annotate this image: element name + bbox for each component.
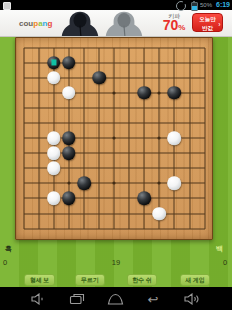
board-intersection[interactable] bbox=[76, 131, 91, 146]
board-intersection[interactable] bbox=[152, 161, 167, 176]
board-intersection[interactable] bbox=[76, 221, 91, 236]
board-intersection[interactable] bbox=[152, 176, 167, 191]
board-intersection[interactable] bbox=[16, 115, 31, 130]
board-intersection[interactable] bbox=[76, 115, 91, 130]
board-intersection[interactable] bbox=[167, 55, 182, 70]
board-intersection[interactable] bbox=[107, 55, 122, 70]
board-intersection[interactable] bbox=[61, 55, 76, 70]
board-intersection[interactable] bbox=[76, 206, 91, 221]
board-intersection[interactable] bbox=[197, 131, 212, 146]
board-intersection[interactable] bbox=[152, 146, 167, 161]
black-stone bbox=[62, 146, 76, 160]
white-stone bbox=[62, 86, 76, 100]
board-intersection[interactable] bbox=[91, 221, 106, 236]
board-intersection[interactable] bbox=[182, 55, 197, 70]
board-intersection[interactable] bbox=[182, 85, 197, 100]
board-intersection[interactable] bbox=[197, 70, 212, 85]
board-intersection[interactable] bbox=[137, 161, 152, 176]
board-intersection[interactable] bbox=[31, 131, 46, 146]
board-intersection[interactable] bbox=[197, 40, 212, 55]
board-intersection[interactable] bbox=[122, 115, 137, 130]
board-intersection[interactable] bbox=[122, 131, 137, 146]
back-icon[interactable]: ↩ bbox=[144, 292, 162, 306]
home-icon[interactable] bbox=[106, 292, 124, 306]
board-intersection[interactable] bbox=[31, 40, 46, 55]
ad-discount: 70% bbox=[153, 18, 195, 35]
board-intersection[interactable] bbox=[76, 70, 91, 85]
board-intersection[interactable] bbox=[107, 85, 122, 100]
recent-apps-icon[interactable] bbox=[68, 292, 86, 306]
board-intersection[interactable] bbox=[122, 191, 137, 206]
board-intersection[interactable] bbox=[182, 131, 197, 146]
new-game-button[interactable]: 새 게임 bbox=[180, 274, 210, 286]
board-intersection[interactable] bbox=[31, 146, 46, 161]
board-intersection[interactable] bbox=[91, 115, 106, 130]
coupang-logo: coupang bbox=[19, 19, 52, 28]
board-intersection[interactable] bbox=[46, 206, 61, 221]
board-intersection[interactable] bbox=[122, 55, 137, 70]
black-stone bbox=[168, 86, 182, 100]
board-intersection[interactable] bbox=[107, 100, 122, 115]
board-intersection[interactable] bbox=[76, 161, 91, 176]
board-intersection[interactable] bbox=[197, 161, 212, 176]
star-point bbox=[158, 91, 161, 94]
board-intersection[interactable] bbox=[137, 115, 152, 130]
board-intersection[interactable] bbox=[61, 85, 76, 100]
board-intersection[interactable] bbox=[46, 161, 61, 176]
board-intersection[interactable] bbox=[46, 100, 61, 115]
board-intersection[interactable] bbox=[197, 85, 212, 100]
board-intersection[interactable] bbox=[137, 176, 152, 191]
board-intersection[interactable] bbox=[31, 221, 46, 236]
board-intersection[interactable] bbox=[167, 191, 182, 206]
board-intersection[interactable] bbox=[61, 100, 76, 115]
board-intersection[interactable] bbox=[31, 70, 46, 85]
board-intersection[interactable] bbox=[46, 40, 61, 55]
board-intersection[interactable] bbox=[182, 70, 197, 85]
board-intersection[interactable] bbox=[152, 191, 167, 206]
notification-icon bbox=[3, 2, 11, 10]
board-intersection[interactable] bbox=[91, 131, 106, 146]
board-intersection[interactable] bbox=[16, 131, 31, 146]
board-intersection[interactable] bbox=[197, 206, 212, 221]
board-intersection[interactable] bbox=[61, 191, 76, 206]
board-intersection[interactable] bbox=[46, 191, 61, 206]
white-stone bbox=[168, 131, 182, 145]
gray-jacket-image bbox=[101, 10, 147, 36]
board-intersection[interactable] bbox=[182, 40, 197, 55]
board-intersection[interactable] bbox=[152, 85, 167, 100]
board-intersection[interactable] bbox=[122, 221, 137, 236]
black-captures: 0 bbox=[3, 258, 7, 267]
board-intersection[interactable] bbox=[137, 55, 152, 70]
last-move-marker bbox=[51, 60, 57, 66]
board-intersection[interactable] bbox=[167, 115, 182, 130]
board-intersection[interactable] bbox=[61, 131, 76, 146]
board-intersection[interactable] bbox=[137, 70, 152, 85]
board-intersection[interactable] bbox=[46, 55, 61, 70]
board-intersection[interactable] bbox=[91, 206, 106, 221]
black-stone bbox=[77, 177, 91, 191]
board-intersection[interactable] bbox=[182, 221, 197, 236]
star-point bbox=[113, 91, 116, 94]
black-stone bbox=[138, 192, 152, 206]
board-intersection[interactable] bbox=[122, 146, 137, 161]
board-intersection[interactable] bbox=[76, 40, 91, 55]
board-intersection[interactable] bbox=[152, 206, 167, 221]
board-intersection[interactable] bbox=[91, 176, 106, 191]
board-intersection[interactable] bbox=[31, 55, 46, 70]
board-intersection[interactable] bbox=[122, 85, 137, 100]
white-player-label: 백 bbox=[216, 244, 223, 254]
board-intersection[interactable] bbox=[137, 221, 152, 236]
board-intersection[interactable] bbox=[61, 115, 76, 130]
white-stone bbox=[153, 207, 167, 221]
board-intersection[interactable] bbox=[107, 70, 122, 85]
board-intersection[interactable] bbox=[137, 40, 152, 55]
board-intersection[interactable] bbox=[137, 206, 152, 221]
ad-cta-button[interactable]: 오늘만 반값 › bbox=[192, 13, 223, 32]
board-intersection[interactable] bbox=[167, 221, 182, 236]
board-intersection[interactable] bbox=[16, 161, 31, 176]
board-grid bbox=[16, 40, 212, 236]
board-intersection[interactable] bbox=[197, 115, 212, 130]
board-intersection[interactable] bbox=[61, 206, 76, 221]
white-stone bbox=[168, 177, 182, 191]
board-intersection[interactable] bbox=[16, 221, 31, 236]
black-stone bbox=[62, 56, 76, 70]
board-intersection[interactable] bbox=[46, 85, 61, 100]
board-intersection[interactable] bbox=[16, 146, 31, 161]
go-board[interactable] bbox=[15, 37, 213, 240]
black-player-label: 흑 bbox=[5, 244, 12, 254]
board-intersection[interactable] bbox=[107, 146, 122, 161]
star-point bbox=[158, 137, 161, 140]
dark-jacket-image bbox=[57, 10, 103, 36]
board-intersection[interactable] bbox=[122, 206, 137, 221]
black-stone bbox=[62, 131, 76, 145]
board-intersection[interactable] bbox=[107, 161, 122, 176]
board-intersection[interactable] bbox=[16, 85, 31, 100]
board-intersection[interactable] bbox=[61, 40, 76, 55]
white-captures: 0 bbox=[223, 258, 227, 267]
board-intersection[interactable] bbox=[16, 40, 31, 55]
board-intersection[interactable] bbox=[16, 191, 31, 206]
black-stone bbox=[138, 86, 152, 100]
board-intersection[interactable] bbox=[91, 191, 106, 206]
board-intersection[interactable] bbox=[122, 70, 137, 85]
board-intersection[interactable] bbox=[31, 191, 46, 206]
board-intersection[interactable] bbox=[76, 191, 91, 206]
board-intersection[interactable] bbox=[197, 191, 212, 206]
board-intersection[interactable] bbox=[76, 85, 91, 100]
board-intersection[interactable] bbox=[91, 55, 106, 70]
board-intersection[interactable] bbox=[167, 100, 182, 115]
board-intersection[interactable] bbox=[107, 191, 122, 206]
board-intersection[interactable] bbox=[122, 176, 137, 191]
white-stone bbox=[47, 192, 61, 206]
board-intersection[interactable] bbox=[182, 115, 197, 130]
volume-up-icon[interactable] bbox=[183, 292, 201, 306]
board-intersection[interactable] bbox=[76, 100, 91, 115]
board-intersection[interactable] bbox=[31, 100, 46, 115]
show-territory-button[interactable]: 형세 보기 bbox=[24, 274, 55, 286]
board-intersection[interactable] bbox=[152, 40, 167, 55]
board-intersection[interactable] bbox=[167, 176, 182, 191]
board-intersection[interactable] bbox=[167, 70, 182, 85]
board-intersection[interactable] bbox=[16, 100, 31, 115]
board-intersection[interactable] bbox=[182, 100, 197, 115]
board-intersection[interactable] bbox=[152, 221, 167, 236]
board-intersection[interactable] bbox=[197, 100, 212, 115]
board-intersection[interactable] bbox=[31, 115, 46, 130]
board-intersection[interactable] bbox=[31, 161, 46, 176]
star-point bbox=[113, 182, 116, 185]
chevron-right-icon: › bbox=[218, 20, 220, 29]
board-intersection[interactable] bbox=[76, 55, 91, 70]
board-intersection[interactable] bbox=[46, 115, 61, 130]
battery-icon bbox=[191, 2, 198, 11]
board-intersection[interactable] bbox=[91, 161, 106, 176]
undo-button[interactable]: 무르기 bbox=[75, 274, 105, 286]
board-intersection[interactable] bbox=[122, 100, 137, 115]
board-intersection[interactable] bbox=[91, 146, 106, 161]
black-stone bbox=[92, 71, 106, 85]
board-intersection[interactable] bbox=[91, 70, 106, 85]
ad-banner[interactable]: coupang 키파 70% 오늘만 반값 › bbox=[0, 10, 232, 37]
star-point bbox=[67, 182, 70, 185]
screen: 50% 6:19 coupang 키파 70% 오늘만 반값 › 흑 0 19 … bbox=[0, 0, 232, 310]
board-intersection[interactable] bbox=[197, 146, 212, 161]
board-intersection[interactable] bbox=[16, 176, 31, 191]
board-intersection[interactable] bbox=[91, 100, 106, 115]
star-point bbox=[113, 137, 116, 140]
board-intersection[interactable] bbox=[16, 70, 31, 85]
board-intersection[interactable] bbox=[46, 221, 61, 236]
brand-letter: g bbox=[47, 19, 52, 28]
android-nav-bar: ↩ bbox=[0, 287, 232, 310]
board-intersection[interactable] bbox=[167, 131, 182, 146]
board-intersection[interactable] bbox=[152, 70, 167, 85]
board-intersection[interactable] bbox=[182, 176, 197, 191]
board-intersection[interactable] bbox=[46, 131, 61, 146]
board-intersection[interactable] bbox=[46, 176, 61, 191]
battery-percent: 50% bbox=[200, 2, 212, 8]
board-intersection[interactable] bbox=[197, 55, 212, 70]
status-bar: 50% 6:19 bbox=[0, 0, 232, 10]
board-intersection[interactable] bbox=[167, 146, 182, 161]
board-intersection[interactable] bbox=[137, 85, 152, 100]
white-stone bbox=[47, 71, 61, 85]
volume-down-icon[interactable] bbox=[29, 292, 47, 306]
move-number: 19 bbox=[96, 258, 136, 267]
board-intersection[interactable] bbox=[31, 206, 46, 221]
black-stone bbox=[62, 192, 76, 206]
clock: 6:19 bbox=[216, 1, 230, 8]
board-intersection[interactable] bbox=[167, 206, 182, 221]
board-intersection[interactable] bbox=[107, 221, 122, 236]
board-intersection[interactable] bbox=[107, 131, 122, 146]
board-intersection[interactable] bbox=[107, 206, 122, 221]
star-point bbox=[158, 182, 161, 185]
board-intersection[interactable] bbox=[122, 40, 137, 55]
board-intersection[interactable] bbox=[61, 161, 76, 176]
black-stone bbox=[47, 56, 61, 70]
board-intersection[interactable] bbox=[152, 55, 167, 70]
board-intersection[interactable] bbox=[137, 191, 152, 206]
board-intersection[interactable] bbox=[76, 176, 91, 191]
board-intersection[interactable] bbox=[167, 85, 182, 100]
board-intersection[interactable] bbox=[31, 85, 46, 100]
board-intersection[interactable] bbox=[137, 146, 152, 161]
board-intersection[interactable] bbox=[137, 100, 152, 115]
board-intersection[interactable] bbox=[76, 146, 91, 161]
board-intersection[interactable] bbox=[46, 146, 61, 161]
board-intersection[interactable] bbox=[61, 70, 76, 85]
board-intersection[interactable] bbox=[122, 161, 137, 176]
board-intersection[interactable] bbox=[91, 85, 106, 100]
board-intersection[interactable] bbox=[137, 131, 152, 146]
board-intersection[interactable] bbox=[16, 55, 31, 70]
board-intersection[interactable] bbox=[61, 221, 76, 236]
board-intersection[interactable] bbox=[167, 161, 182, 176]
board-intersection[interactable] bbox=[152, 131, 167, 146]
board-intersection[interactable] bbox=[197, 221, 212, 236]
board-intersection[interactable] bbox=[61, 146, 76, 161]
board-intersection[interactable] bbox=[167, 40, 182, 55]
pass-button[interactable]: 한수 쉬기 bbox=[127, 274, 157, 286]
board-intersection[interactable] bbox=[107, 176, 122, 191]
board-intersection[interactable] bbox=[197, 176, 212, 191]
board-intersection[interactable] bbox=[182, 161, 197, 176]
white-stone bbox=[47, 146, 61, 160]
board-intersection[interactable] bbox=[182, 146, 197, 161]
board-intersection[interactable] bbox=[31, 176, 46, 191]
board-intersection[interactable] bbox=[152, 115, 167, 130]
white-stone bbox=[47, 131, 61, 145]
sync-icon bbox=[176, 1, 186, 11]
board-intersection[interactable] bbox=[107, 40, 122, 55]
board-intersection[interactable] bbox=[61, 176, 76, 191]
board-intersection[interactable] bbox=[182, 206, 197, 221]
board-intersection[interactable] bbox=[46, 70, 61, 85]
white-stone bbox=[47, 162, 61, 176]
board-intersection[interactable] bbox=[182, 191, 197, 206]
board-intersection[interactable] bbox=[107, 115, 122, 130]
board-intersection[interactable] bbox=[152, 100, 167, 115]
board-intersection[interactable] bbox=[16, 206, 31, 221]
board-intersection[interactable] bbox=[91, 40, 106, 55]
